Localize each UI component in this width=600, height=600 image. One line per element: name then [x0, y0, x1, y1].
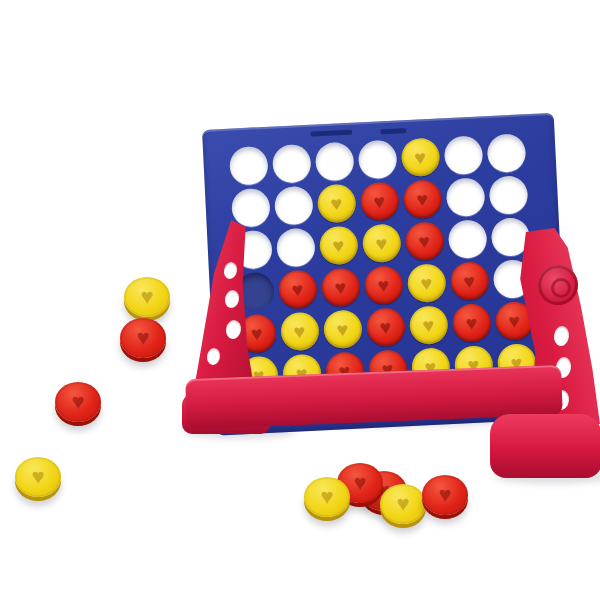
red-disc: ♥: [363, 265, 403, 305]
disc-emboss: ♥: [418, 231, 431, 252]
board-cell-r1-c5[interactable]: ♥: [398, 135, 443, 179]
yellow-disc: ♥: [406, 263, 446, 303]
board-cell-r3-c4[interactable]: ♥: [359, 221, 404, 265]
board-cell-r4-c3[interactable]: ♥: [318, 265, 363, 309]
disc-emboss: ♥: [396, 493, 409, 515]
disc-emboss: ♥: [373, 191, 386, 212]
empty-hole: [228, 146, 268, 186]
loose-yellow-disc[interactable]: ♥: [304, 477, 350, 517]
disc-emboss: ♥: [414, 147, 427, 168]
board-cell-r1-c6[interactable]: [441, 133, 486, 177]
disc-emboss: ♥: [71, 391, 84, 413]
board-cell-r4-c2[interactable]: ♥: [275, 268, 320, 312]
red-disc: ♥: [278, 270, 318, 310]
board-cell-r1-c4[interactable]: [355, 137, 400, 181]
board-cell-r5-c5[interactable]: ♥: [406, 303, 451, 347]
connect-four-scene: ♥♥♥♥♥♥♥♥♥♥♥♥♥♥♥♥♥♥♥♥♥♥♥♥♥♥ ♥♥♥♥♥♥♥♥♥: [0, 0, 600, 600]
board-cell-r1-c3[interactable]: [312, 140, 357, 184]
board-cell-r4-c4[interactable]: ♥: [361, 263, 406, 307]
board-cell-r5-c4[interactable]: ♥: [363, 305, 408, 349]
top-rail-slot: [310, 130, 352, 137]
board-cell-r1-c1[interactable]: [226, 144, 271, 188]
empty-hole: [488, 175, 528, 215]
disc-emboss: ♥: [332, 235, 345, 256]
red-disc: ♥: [404, 221, 444, 261]
disc-emboss: ♥: [438, 484, 451, 506]
empty-hole: [314, 142, 354, 182]
disc-emboss: ♥: [377, 275, 390, 296]
empty-hole: [443, 135, 483, 175]
disc-emboss: ♥: [31, 466, 44, 488]
disc-emboss: ♥: [136, 327, 149, 349]
loose-red-disc[interactable]: ♥: [422, 475, 468, 515]
disc-emboss: ♥: [291, 279, 304, 300]
empty-hole: [447, 219, 487, 259]
yellow-disc: ♥: [316, 184, 356, 224]
board-cell-r2-c7[interactable]: [486, 173, 531, 217]
board-cell-r3-c6[interactable]: [445, 217, 490, 261]
empty-hole: [273, 186, 313, 226]
red-disc: ♥: [320, 268, 360, 308]
disc-emboss: ♥: [508, 311, 521, 332]
board-cell-r4-c5[interactable]: ♥: [404, 261, 449, 305]
red-disc: ♥: [359, 182, 399, 222]
empty-hole: [271, 144, 311, 184]
disc-emboss: ♥: [422, 315, 435, 336]
board-cell-r2-c3[interactable]: ♥: [314, 182, 359, 226]
loose-yellow-disc[interactable]: ♥: [124, 277, 170, 317]
yellow-disc: ♥: [400, 137, 440, 177]
disc-emboss: ♥: [250, 323, 263, 344]
board-cell-r5-c3[interactable]: ♥: [320, 307, 365, 351]
disc-emboss: ♥: [379, 317, 392, 338]
disc-emboss: ♥: [416, 189, 429, 210]
red-disc: ♥: [402, 179, 442, 219]
red-disc: ♥: [449, 261, 489, 301]
board-cell-r2-c4[interactable]: ♥: [357, 179, 402, 223]
loose-red-disc[interactable]: ♥: [55, 382, 101, 422]
board-cell-r2-c6[interactable]: [443, 175, 488, 219]
board-grid: ♥♥♥♥♥♥♥♥♥♥♥♥♥♥♥♥♥♥♥♥♥♥♥♥♥♥: [226, 131, 539, 397]
board-cell-r3-c3[interactable]: ♥: [316, 223, 361, 267]
board-cell-r3-c5[interactable]: ♥: [402, 219, 447, 263]
disc-emboss: ♥: [465, 313, 478, 334]
disc-emboss: ♥: [336, 319, 349, 340]
empty-hole: [357, 140, 397, 180]
board-cell-r3-c2[interactable]: [273, 226, 318, 270]
yellow-disc: ♥: [318, 226, 358, 266]
red-disc: ♥: [451, 303, 491, 343]
empty-hole: [275, 228, 315, 268]
board-cell-r1-c2[interactable]: [269, 142, 314, 186]
yellow-disc: ♥: [323, 309, 363, 349]
empty-hole: [486, 133, 526, 173]
loose-yellow-disc[interactable]: ♥: [380, 484, 426, 524]
top-rail-slot: [380, 128, 406, 134]
frame-medallion: [538, 265, 578, 305]
board-cell-r2-c5[interactable]: ♥: [400, 177, 445, 221]
disc-emboss: ♥: [140, 286, 153, 308]
disc-emboss: ♥: [375, 233, 388, 254]
disc-emboss: ♥: [463, 271, 476, 292]
board-cell-r4-c6[interactable]: ♥: [447, 259, 492, 303]
board-cell-r1-c7[interactable]: [483, 131, 528, 175]
board-cell-r5-c6[interactable]: ♥: [449, 301, 494, 345]
yellow-disc: ♥: [280, 312, 320, 352]
empty-hole: [445, 177, 485, 217]
disc-emboss: ♥: [293, 321, 306, 342]
empty-hole: [230, 188, 270, 228]
board-cell-r2-c2[interactable]: [271, 184, 316, 228]
yellow-disc: ♥: [408, 305, 448, 345]
disc-emboss: ♥: [320, 486, 333, 508]
red-disc: ♥: [365, 307, 405, 347]
disc-emboss: ♥: [353, 472, 366, 494]
loose-red-disc[interactable]: ♥: [120, 318, 166, 358]
loose-yellow-disc[interactable]: ♥: [15, 457, 61, 497]
disc-emboss: ♥: [334, 277, 347, 298]
yellow-disc: ♥: [361, 223, 401, 263]
disc-emboss: ♥: [330, 193, 343, 214]
disc-emboss: ♥: [420, 273, 433, 294]
right-foot: [490, 414, 600, 478]
board-cell-r5-c2[interactable]: ♥: [277, 309, 322, 353]
